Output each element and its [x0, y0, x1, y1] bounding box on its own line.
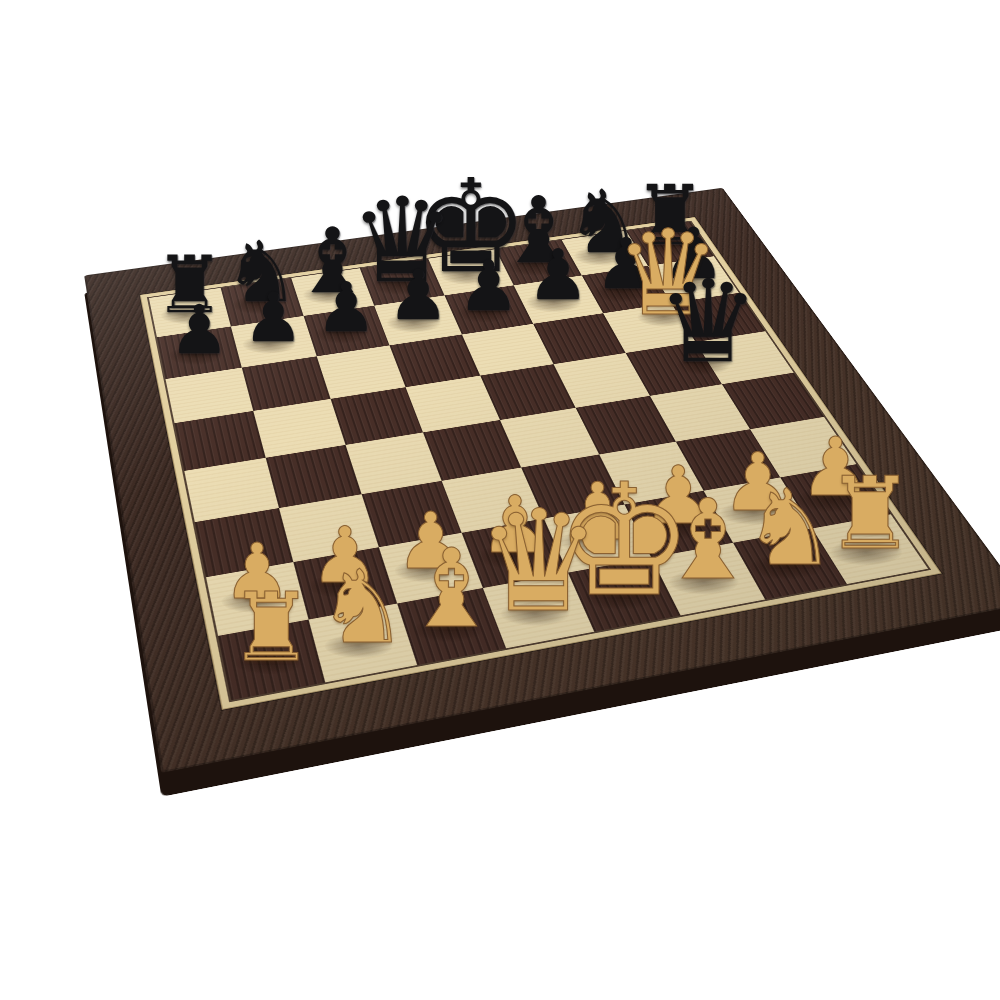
spare-black-queen[interactable]: ♛: [657, 265, 759, 379]
square-c4[interactable]: [345, 432, 442, 494]
square-a5[interactable]: [175, 411, 266, 471]
stage: ♜♞♝♛♚♝♞♜♟♟♟♟♟♟♟♟♟♟♟♟♟♟♟♟♜♞♝♛♚♝♞♜♛♛: [0, 0, 1000, 1000]
piece-black-pawn-a7[interactable]: ♟: [169, 295, 230, 363]
piece-white-rook-h1[interactable]: ♜: [826, 465, 915, 565]
piece-black-pawn-e7[interactable]: ♟: [457, 251, 519, 320]
square-d4[interactable]: [423, 420, 521, 481]
piece-black-pawn-f7[interactable]: ♟: [527, 240, 590, 310]
square-a4[interactable]: [184, 458, 278, 522]
piece-white-bishop-c1[interactable]: ♝: [403, 535, 500, 643]
square-b5[interactable]: [253, 399, 345, 458]
piece-white-rook-a1[interactable]: ♜: [229, 580, 314, 674]
piece-black-pawn-b7[interactable]: ♟: [243, 284, 304, 352]
piece-black-pawn-d7[interactable]: ♟: [387, 261, 449, 330]
piece-white-knight-b1[interactable]: ♞: [317, 557, 408, 658]
square-b4[interactable]: [265, 445, 361, 508]
piece-black-pawn-c7[interactable]: ♟: [316, 272, 377, 341]
